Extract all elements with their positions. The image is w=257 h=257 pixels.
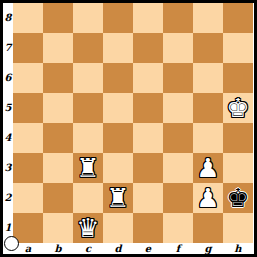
square-a4[interactable] [13,123,43,153]
square-h5[interactable]: ♚ [223,93,253,123]
square-d1[interactable] [103,213,133,243]
rank-label-2: 2 [3,183,13,213]
square-d3[interactable] [103,153,133,183]
square-f2[interactable] [163,183,193,213]
square-c6[interactable] [73,63,103,93]
square-a5[interactable] [13,93,43,123]
square-c2[interactable] [73,183,103,213]
file-labels: abcdefgh [13,243,253,254]
black-king-h2[interactable]: ♚ [223,183,253,213]
square-b3[interactable] [43,153,73,183]
file-label-e: e [133,243,163,254]
white-king-h5[interactable]: ♚ [223,93,253,123]
square-g1[interactable] [193,213,223,243]
square-h7[interactable] [223,33,253,63]
square-e5[interactable] [133,93,163,123]
square-b7[interactable] [43,33,73,63]
file-label-f: f [163,243,193,254]
side-to-move-indicator [4,236,19,251]
file-label-g: g [193,243,223,254]
square-h6[interactable] [223,63,253,93]
file-label-d: d [103,243,133,254]
white-rook-d2[interactable]: ♜ [103,183,133,213]
square-b6[interactable] [43,63,73,93]
chess-board[interactable]: ♚♜♟♜♟♚♛ [13,3,253,243]
square-b1[interactable] [43,213,73,243]
square-d5[interactable] [103,93,133,123]
square-f3[interactable] [163,153,193,183]
square-a3[interactable] [13,153,43,183]
square-g2[interactable]: ♟ [193,183,223,213]
rank-label-8: 8 [3,3,13,33]
white-rook-c3[interactable]: ♜ [73,153,103,183]
square-d6[interactable] [103,63,133,93]
square-g7[interactable] [193,33,223,63]
square-g6[interactable] [193,63,223,93]
square-h1[interactable] [223,213,253,243]
square-a7[interactable] [13,33,43,63]
square-g4[interactable] [193,123,223,153]
square-e6[interactable] [133,63,163,93]
file-label-c: c [73,243,103,254]
square-e2[interactable] [133,183,163,213]
square-e4[interactable] [133,123,163,153]
file-label-b: b [43,243,73,254]
square-c5[interactable] [73,93,103,123]
chess-diagram: 87654321 ♚♜♟♜♟♚♛ abcdefgh [0,0,257,257]
square-c7[interactable] [73,33,103,63]
square-d8[interactable] [103,3,133,33]
square-d7[interactable] [103,33,133,63]
square-g3[interactable]: ♟ [193,153,223,183]
rank-labels: 87654321 [3,3,13,243]
white-pawn-g2[interactable]: ♟ [193,183,223,213]
square-d2[interactable]: ♜ [103,183,133,213]
square-h4[interactable] [223,123,253,153]
square-b8[interactable] [43,3,73,33]
square-e7[interactable] [133,33,163,63]
file-label-h: h [223,243,253,254]
rank-label-4: 4 [3,123,13,153]
white-pawn-g3[interactable]: ♟ [193,153,223,183]
square-e8[interactable] [133,3,163,33]
square-f5[interactable] [163,93,193,123]
square-c1[interactable]: ♛ [73,213,103,243]
rank-label-7: 7 [3,33,13,63]
square-c3[interactable]: ♜ [73,153,103,183]
square-g5[interactable] [193,93,223,123]
white-queen-c1[interactable]: ♛ [73,213,103,243]
square-b5[interactable] [43,93,73,123]
square-b4[interactable] [43,123,73,153]
square-f1[interactable] [163,213,193,243]
square-e3[interactable] [133,153,163,183]
square-a8[interactable] [13,3,43,33]
square-c8[interactable] [73,3,103,33]
square-h3[interactable] [223,153,253,183]
square-f4[interactable] [163,123,193,153]
rank-label-3: 3 [3,153,13,183]
square-e1[interactable] [133,213,163,243]
rank-label-5: 5 [3,93,13,123]
square-a2[interactable] [13,183,43,213]
square-f7[interactable] [163,33,193,63]
square-f6[interactable] [163,63,193,93]
square-b2[interactable] [43,183,73,213]
square-c4[interactable] [73,123,103,153]
square-g8[interactable] [193,3,223,33]
square-a6[interactable] [13,63,43,93]
square-f8[interactable] [163,3,193,33]
square-d4[interactable] [103,123,133,153]
square-h8[interactable] [223,3,253,33]
rank-label-6: 6 [3,63,13,93]
square-h2[interactable]: ♚ [223,183,253,213]
